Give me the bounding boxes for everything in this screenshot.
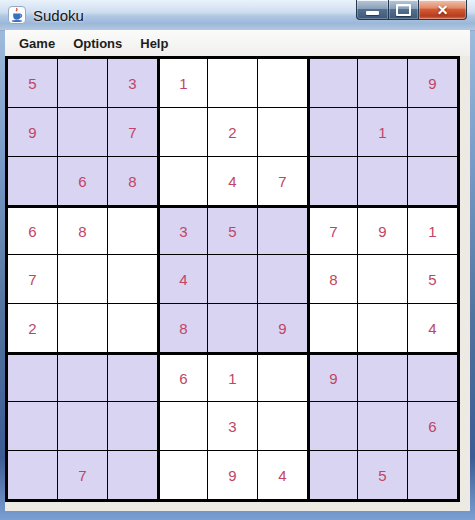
cell-r8c6[interactable] [258, 402, 307, 450]
cell-r6c8[interactable] [358, 304, 407, 352]
cell-r2c2[interactable] [58, 108, 107, 156]
cell-r3c9[interactable] [408, 157, 457, 205]
cell-r9c5[interactable]: 9 [208, 451, 257, 499]
cell-r5c7[interactable]: 8 [308, 255, 357, 303]
cell-r5c6[interactable] [258, 255, 307, 303]
cell-r8c5[interactable]: 3 [208, 402, 257, 450]
cell-r7c5[interactable]: 1 [208, 353, 257, 401]
minimize-icon [366, 11, 379, 15]
window-title: Sudoku [33, 7, 84, 24]
cell-r8c9[interactable]: 6 [408, 402, 457, 450]
cell-r7c3[interactable] [108, 353, 157, 401]
cell-r8c3[interactable] [108, 402, 157, 450]
cell-r3c3[interactable]: 8 [108, 157, 157, 205]
cell-r2c4[interactable] [158, 108, 207, 156]
cell-r4c2[interactable]: 8 [58, 206, 107, 254]
cell-r3c7[interactable] [308, 157, 357, 205]
cell-r7c7[interactable]: 9 [308, 353, 357, 401]
cell-r9c8[interactable]: 5 [358, 451, 407, 499]
cell-r1c1[interactable]: 5 [8, 59, 57, 107]
maximize-icon [396, 4, 411, 16]
cell-r5c8[interactable] [358, 255, 407, 303]
title-left: Sudoku [0, 6, 84, 24]
cell-r3c1[interactable] [8, 157, 57, 205]
menu-item-game[interactable]: Game [10, 32, 64, 55]
cell-r8c7[interactable] [308, 402, 357, 450]
cell-r5c5[interactable] [208, 255, 257, 303]
cell-r5c9[interactable]: 5 [408, 255, 457, 303]
cell-r4c8[interactable]: 9 [358, 206, 407, 254]
cell-r2c7[interactable] [308, 108, 357, 156]
cell-r8c2[interactable] [58, 402, 107, 450]
cell-r9c3[interactable] [108, 451, 157, 499]
cell-r4c3[interactable] [108, 206, 157, 254]
cell-r3c5[interactable]: 4 [208, 157, 257, 205]
cell-r7c9[interactable] [408, 353, 457, 401]
window-controls: ✕ [356, 0, 467, 20]
cell-r2c9[interactable] [408, 108, 457, 156]
minimize-button[interactable] [356, 0, 388, 20]
client-area: Game Options Help 5319972168476835791748… [5, 30, 470, 511]
menu-item-help[interactable]: Help [131, 32, 177, 55]
title-bar[interactable]: Sudoku ✕ [0, 0, 475, 31]
close-button[interactable]: ✕ [419, 0, 467, 20]
cell-r6c1[interactable]: 2 [8, 304, 57, 352]
cell-r4c4[interactable]: 3 [158, 206, 207, 254]
cell-r5c2[interactable] [58, 255, 107, 303]
cell-r1c5[interactable] [208, 59, 257, 107]
cell-r6c3[interactable] [108, 304, 157, 352]
cell-r4c1[interactable]: 6 [8, 206, 57, 254]
cell-r2c1[interactable]: 9 [8, 108, 57, 156]
cell-r7c1[interactable] [8, 353, 57, 401]
cell-r2c8[interactable]: 1 [358, 108, 407, 156]
cell-r9c2[interactable]: 7 [58, 451, 107, 499]
cell-r7c4[interactable]: 6 [158, 353, 207, 401]
cell-r1c7[interactable] [308, 59, 357, 107]
cell-r1c6[interactable] [258, 59, 307, 107]
menu-bar: Game Options Help [5, 30, 470, 56]
cell-r7c8[interactable] [358, 353, 407, 401]
cell-r9c7[interactable] [308, 451, 357, 499]
close-icon: ✕ [437, 3, 449, 17]
cell-r3c4[interactable] [158, 157, 207, 205]
cell-r3c2[interactable]: 6 [58, 157, 107, 205]
cell-r5c3[interactable] [108, 255, 157, 303]
cell-r1c2[interactable] [58, 59, 107, 107]
cell-r2c3[interactable]: 7 [108, 108, 157, 156]
cell-r9c1[interactable] [8, 451, 57, 499]
maximize-button[interactable] [388, 0, 419, 20]
cell-r6c4[interactable]: 8 [158, 304, 207, 352]
cell-r4c6[interactable] [258, 206, 307, 254]
cell-r7c6[interactable] [258, 353, 307, 401]
cell-r6c7[interactable] [308, 304, 357, 352]
cell-r9c9[interactable] [408, 451, 457, 499]
cell-r8c4[interactable] [158, 402, 207, 450]
cell-r9c6[interactable]: 4 [258, 451, 307, 499]
cell-r7c2[interactable] [58, 353, 107, 401]
cell-r1c9[interactable]: 9 [408, 59, 457, 107]
cell-r4c7[interactable]: 7 [308, 206, 357, 254]
cell-r2c6[interactable] [258, 108, 307, 156]
cell-r8c1[interactable] [8, 402, 57, 450]
cell-r1c4[interactable]: 1 [158, 59, 207, 107]
cell-r5c1[interactable]: 7 [8, 255, 57, 303]
sudoku-window: Sudoku ✕ Game Options Help 5319972168476… [0, 0, 475, 520]
cell-r6c2[interactable] [58, 304, 107, 352]
java-icon [8, 6, 26, 24]
sudoku-board: 531997216847683579174852894619367945 [5, 56, 460, 502]
cell-r3c6[interactable]: 7 [258, 157, 307, 205]
cell-r4c5[interactable]: 5 [208, 206, 257, 254]
cell-r1c3[interactable]: 3 [108, 59, 157, 107]
cell-r4c9[interactable]: 1 [408, 206, 457, 254]
cell-r5c4[interactable]: 4 [158, 255, 207, 303]
cell-r2c5[interactable]: 2 [208, 108, 257, 156]
cell-r6c9[interactable]: 4 [408, 304, 457, 352]
cell-r8c8[interactable] [358, 402, 407, 450]
cell-r6c6[interactable]: 9 [258, 304, 307, 352]
cell-r1c8[interactable] [358, 59, 407, 107]
menu-item-options[interactable]: Options [64, 32, 131, 55]
cell-r9c4[interactable] [158, 451, 207, 499]
cell-r3c8[interactable] [358, 157, 407, 205]
cell-r6c5[interactable] [208, 304, 257, 352]
